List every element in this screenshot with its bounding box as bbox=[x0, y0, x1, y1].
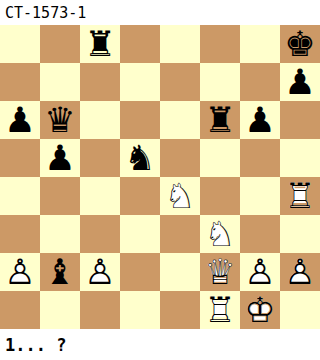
piece-outline-layer: ♙ bbox=[80, 253, 120, 291]
square-b6[interactable]: ♛ bbox=[40, 101, 80, 139]
piece-glyph: ♞ bbox=[120, 139, 160, 177]
square-e5[interactable] bbox=[160, 139, 200, 177]
piece-outline-layer: ♙ bbox=[280, 253, 320, 291]
square-a3[interactable] bbox=[0, 215, 40, 253]
piece-black-pawn[interactable]: ♟ bbox=[240, 101, 280, 139]
square-d7[interactable] bbox=[120, 63, 160, 101]
piece-black-knight[interactable]: ♞ bbox=[120, 139, 160, 177]
square-e2[interactable] bbox=[160, 253, 200, 291]
piece-black-rook[interactable]: ♜ bbox=[80, 25, 120, 63]
square-f6[interactable]: ♜ bbox=[200, 101, 240, 139]
piece-glyph: ♜ bbox=[200, 101, 240, 139]
square-a5[interactable] bbox=[0, 139, 40, 177]
square-f2[interactable]: ♛♕ bbox=[200, 253, 240, 291]
square-d8[interactable] bbox=[120, 25, 160, 63]
piece-white-queen[interactable]: ♛♕ bbox=[200, 253, 240, 291]
piece-outline-layer: ♙ bbox=[0, 253, 40, 291]
piece-glyph: ♚ bbox=[280, 25, 320, 63]
square-b4[interactable] bbox=[40, 177, 80, 215]
square-a2[interactable]: ♟♙ bbox=[0, 253, 40, 291]
piece-glyph: ♟ bbox=[40, 139, 80, 177]
square-h5[interactable] bbox=[280, 139, 320, 177]
square-h2[interactable]: ♟♙ bbox=[280, 253, 320, 291]
piece-glyph: ♟ bbox=[0, 101, 40, 139]
title-bar: CT-1573-1 bbox=[0, 0, 320, 25]
square-c7[interactable] bbox=[80, 63, 120, 101]
square-c5[interactable] bbox=[80, 139, 120, 177]
piece-outline-layer: ♖ bbox=[280, 177, 320, 215]
square-d1[interactable] bbox=[120, 291, 160, 329]
move-prompt: 1... ? bbox=[5, 335, 66, 355]
square-e1[interactable] bbox=[160, 291, 200, 329]
square-f3[interactable]: ♞♘ bbox=[200, 215, 240, 253]
piece-glyph: ♛ bbox=[40, 101, 80, 139]
square-e4[interactable]: ♞♘ bbox=[160, 177, 200, 215]
piece-glyph: ♝ bbox=[40, 253, 80, 291]
square-a7[interactable] bbox=[0, 63, 40, 101]
piece-outline-layer: ♘ bbox=[200, 215, 240, 253]
square-a6[interactable]: ♟ bbox=[0, 101, 40, 139]
square-d4[interactable] bbox=[120, 177, 160, 215]
square-c1[interactable] bbox=[80, 291, 120, 329]
square-h8[interactable]: ♚ bbox=[280, 25, 320, 63]
square-g2[interactable]: ♟♙ bbox=[240, 253, 280, 291]
square-h3[interactable] bbox=[280, 215, 320, 253]
piece-glyph: ♟ bbox=[280, 63, 320, 101]
piece-outline-layer: ♖ bbox=[200, 291, 240, 329]
piece-white-pawn[interactable]: ♟♙ bbox=[280, 253, 320, 291]
square-f7[interactable] bbox=[200, 63, 240, 101]
chess-board: ♜♚♟♟♛♜♟♟♞♞♘♜♖♞♘♟♙♝♟♙♛♕♟♙♟♙♜♖♚♔ bbox=[0, 25, 320, 329]
piece-outline-layer: ♔ bbox=[240, 291, 280, 329]
square-f8[interactable] bbox=[200, 25, 240, 63]
piece-black-pawn[interactable]: ♟ bbox=[280, 63, 320, 101]
square-h7[interactable]: ♟ bbox=[280, 63, 320, 101]
piece-white-king[interactable]: ♚♔ bbox=[240, 291, 280, 329]
piece-white-pawn[interactable]: ♟♙ bbox=[0, 253, 40, 291]
square-c2[interactable]: ♟♙ bbox=[80, 253, 120, 291]
piece-white-knight[interactable]: ♞♘ bbox=[160, 177, 200, 215]
square-e6[interactable] bbox=[160, 101, 200, 139]
piece-glyph: ♜ bbox=[80, 25, 120, 63]
square-g7[interactable] bbox=[240, 63, 280, 101]
square-e7[interactable] bbox=[160, 63, 200, 101]
square-e3[interactable] bbox=[160, 215, 200, 253]
square-h6[interactable] bbox=[280, 101, 320, 139]
square-h4[interactable]: ♜♖ bbox=[280, 177, 320, 215]
square-g3[interactable] bbox=[240, 215, 280, 253]
square-f1[interactable]: ♜♖ bbox=[200, 291, 240, 329]
square-g8[interactable] bbox=[240, 25, 280, 63]
square-b5[interactable]: ♟ bbox=[40, 139, 80, 177]
square-b1[interactable] bbox=[40, 291, 80, 329]
puzzle-title: CT-1573-1 bbox=[5, 4, 86, 22]
square-e8[interactable] bbox=[160, 25, 200, 63]
piece-black-pawn[interactable]: ♟ bbox=[40, 139, 80, 177]
piece-white-pawn[interactable]: ♟♙ bbox=[240, 253, 280, 291]
piece-outline-layer: ♕ bbox=[200, 253, 240, 291]
square-b7[interactable] bbox=[40, 63, 80, 101]
prompt-bar: 1... ? bbox=[0, 329, 320, 360]
piece-black-queen[interactable]: ♛ bbox=[40, 101, 80, 139]
square-g4[interactable] bbox=[240, 177, 280, 215]
piece-white-rook[interactable]: ♜♖ bbox=[200, 291, 240, 329]
square-c6[interactable] bbox=[80, 101, 120, 139]
square-g6[interactable]: ♟ bbox=[240, 101, 280, 139]
square-d2[interactable] bbox=[120, 253, 160, 291]
square-d3[interactable] bbox=[120, 215, 160, 253]
square-c3[interactable] bbox=[80, 215, 120, 253]
square-b2[interactable]: ♝ bbox=[40, 253, 80, 291]
square-c4[interactable] bbox=[80, 177, 120, 215]
square-a4[interactable] bbox=[0, 177, 40, 215]
square-a8[interactable] bbox=[0, 25, 40, 63]
square-g1[interactable]: ♚♔ bbox=[240, 291, 280, 329]
square-d6[interactable] bbox=[120, 101, 160, 139]
piece-glyph: ♟ bbox=[240, 101, 280, 139]
square-c8[interactable]: ♜ bbox=[80, 25, 120, 63]
square-b8[interactable] bbox=[40, 25, 80, 63]
piece-outline-layer: ♙ bbox=[240, 253, 280, 291]
square-f4[interactable] bbox=[200, 177, 240, 215]
square-f5[interactable] bbox=[200, 139, 240, 177]
square-g5[interactable] bbox=[240, 139, 280, 177]
piece-white-rook[interactable]: ♜♖ bbox=[280, 177, 320, 215]
piece-white-knight[interactable]: ♞♘ bbox=[200, 215, 240, 253]
square-d5[interactable]: ♞ bbox=[120, 139, 160, 177]
square-b3[interactable] bbox=[40, 215, 80, 253]
piece-black-pawn[interactable]: ♟ bbox=[0, 101, 40, 139]
piece-white-pawn[interactable]: ♟♙ bbox=[80, 253, 120, 291]
piece-outline-layer: ♘ bbox=[160, 177, 200, 215]
square-a1[interactable] bbox=[0, 291, 40, 329]
piece-black-bishop[interactable]: ♝ bbox=[40, 253, 80, 291]
piece-black-king[interactable]: ♚ bbox=[280, 25, 320, 63]
square-h1[interactable] bbox=[280, 291, 320, 329]
piece-black-rook[interactable]: ♜ bbox=[200, 101, 240, 139]
